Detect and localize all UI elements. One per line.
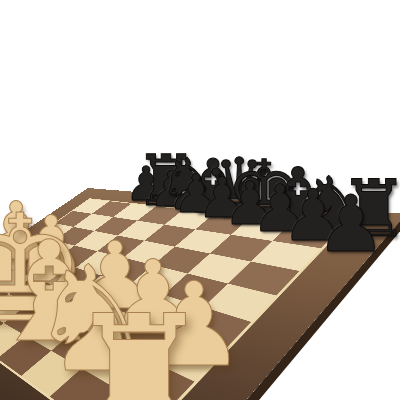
chess-scene: ♟♜♟♞♝♟♛♟♚♟♝♞♟♜♟♟♟♟♟♚♟♝♟♞♜: [0, 0, 400, 400]
